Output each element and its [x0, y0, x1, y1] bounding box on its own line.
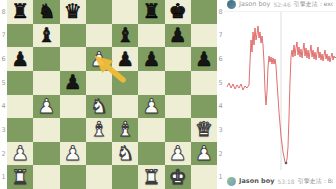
square-e1[interactable] [112, 165, 138, 189]
piece-white-pawn-d6[interactable]: ♟ [86, 47, 112, 71]
evaluation-chart[interactable] [224, 12, 336, 170]
piece-white-pawn-h2[interactable]: ♟ [191, 142, 217, 166]
piece-black-bishop-b7[interactable]: ♝ [33, 24, 59, 48]
square-d5[interactable] [86, 71, 112, 95]
eval-line [227, 26, 336, 163]
rank-label-6: 6 [217, 47, 224, 71]
square-h5[interactable] [191, 71, 217, 95]
rank-label-4: 4 [0, 95, 7, 119]
piece-white-king-g1[interactable]: ♚ [165, 165, 191, 189]
rank-label-7: 7 [217, 24, 224, 48]
square-a4[interactable] [7, 95, 33, 119]
rank-label-1: 1 [217, 165, 224, 189]
square-d7[interactable] [86, 24, 112, 48]
square-g6[interactable] [165, 47, 191, 71]
square-c4[interactable] [60, 95, 86, 119]
square-h7[interactable] [191, 24, 217, 48]
chess-board-area: 87654321 ♜♞♛♜♚♝♝♟♟♟♟♟♟♟♟♞♟♝♝♛♟♟♞♟♟♜♜♚ 87… [0, 0, 224, 189]
avatar[interactable] [227, 0, 236, 9]
rank-label-5: 5 [0, 71, 7, 95]
square-a3[interactable] [7, 118, 33, 142]
square-e4[interactable] [112, 95, 138, 119]
piece-black-knight-b8[interactable]: ♞ [33, 0, 59, 24]
square-e8[interactable] [112, 0, 138, 24]
piece-black-pawn-e6[interactable]: ♟ [112, 47, 138, 71]
piece-black-pawn-a6[interactable]: ♟ [7, 47, 33, 71]
square-g5[interactable] [165, 71, 191, 95]
square-c7[interactable] [60, 24, 86, 48]
rank-label-3: 3 [0, 118, 7, 142]
piece-white-pawn-a2[interactable]: ♟ [7, 142, 33, 166]
piece-black-bishop-e7[interactable]: ♝ [112, 24, 138, 48]
eval-dip-marker [285, 162, 288, 165]
square-d1[interactable] [86, 165, 112, 189]
side-panel: Jason boy 52:46 引擎走法：exd6 Jason boy 53:1… [224, 0, 336, 189]
piece-black-king-g8[interactable]: ♚ [165, 0, 191, 24]
square-f2[interactable] [138, 142, 164, 166]
square-b3[interactable] [33, 118, 59, 142]
square-c1[interactable] [60, 165, 86, 189]
piece-black-pawn-g7[interactable]: ♟ [165, 24, 191, 48]
square-g3[interactable] [165, 118, 191, 142]
square-c3[interactable] [60, 118, 86, 142]
rank-labels-left: 87654321 [0, 0, 7, 189]
rank-label-2: 2 [217, 142, 224, 166]
piece-white-bishop-d3[interactable]: ♝ [86, 118, 112, 142]
comment-row-top[interactable]: Jason boy 52:46 引擎走法：exd6 [224, 0, 336, 10]
square-d8[interactable] [86, 0, 112, 24]
chess-board[interactable]: ♜♞♛♜♚♝♝♟♟♟♟♟♟♟♟♞♟♝♝♛♟♟♞♟♟♜♜♚ [7, 0, 217, 189]
rank-labels-right: 87654321 [217, 0, 224, 189]
piece-white-pawn-b4[interactable]: ♟ [33, 95, 59, 119]
rank-label-7: 7 [0, 24, 7, 48]
square-f5[interactable] [138, 71, 164, 95]
comment-text: 引擎走法：Bxd6 [298, 177, 333, 186]
comment-timestamp: 52:46 [273, 1, 290, 8]
square-f3[interactable] [138, 118, 164, 142]
rank-label-4: 4 [217, 95, 224, 119]
square-a5[interactable] [7, 71, 33, 95]
piece-white-pawn-c2[interactable]: ♟ [60, 142, 86, 166]
piece-white-rook-a1[interactable]: ♜ [7, 165, 33, 189]
square-b2[interactable] [33, 142, 59, 166]
piece-black-pawn-c5[interactable]: ♟ [60, 71, 86, 95]
square-b6[interactable] [33, 47, 59, 71]
piece-white-queen-h3[interactable]: ♛ [191, 118, 217, 142]
piece-black-pawn-h6[interactable]: ♟ [191, 47, 217, 71]
piece-white-rook-f1[interactable]: ♜ [138, 165, 164, 189]
piece-white-pawn-g2[interactable]: ♟ [165, 142, 191, 166]
rank-label-6: 6 [0, 47, 7, 71]
square-h4[interactable] [191, 95, 217, 119]
square-c6[interactable] [60, 47, 86, 71]
square-e5[interactable] [112, 71, 138, 95]
rank-label-2: 2 [0, 142, 7, 166]
square-h1[interactable] [191, 165, 217, 189]
commenter-name[interactable]: Jason boy [239, 177, 274, 185]
piece-white-bishop-e3[interactable]: ♝ [112, 118, 138, 142]
comment-row-bottom[interactable]: Jason boy 53:18 引擎走法：Bxd6 [224, 175, 336, 187]
comment-timestamp: 53:18 [277, 178, 294, 185]
square-b1[interactable] [33, 165, 59, 189]
square-h8[interactable] [191, 0, 217, 24]
comment-text: 引擎走法：exd6 [294, 0, 333, 9]
square-b5[interactable] [33, 71, 59, 95]
piece-black-rook-f8[interactable]: ♜ [138, 0, 164, 24]
square-a7[interactable] [7, 24, 33, 48]
piece-white-pawn-f4[interactable]: ♟ [138, 95, 164, 119]
piece-black-queen-c8[interactable]: ♛ [60, 0, 86, 24]
rank-label-3: 3 [217, 118, 224, 142]
square-d2[interactable] [86, 142, 112, 166]
square-f7[interactable] [138, 24, 164, 48]
rank-label-8: 8 [217, 0, 224, 24]
square-g4[interactable] [165, 95, 191, 119]
piece-black-rook-a8[interactable]: ♜ [7, 0, 33, 24]
piece-white-knight-d4[interactable]: ♞ [86, 95, 112, 119]
rank-label-8: 8 [0, 0, 7, 24]
avatar[interactable] [227, 177, 236, 186]
rank-label-1: 1 [0, 165, 7, 189]
piece-white-knight-e2[interactable]: ♞ [112, 142, 138, 166]
commenter-name[interactable]: Jason boy [239, 0, 270, 8]
piece-black-pawn-f6[interactable]: ♟ [138, 47, 164, 71]
rank-label-5: 5 [217, 71, 224, 95]
